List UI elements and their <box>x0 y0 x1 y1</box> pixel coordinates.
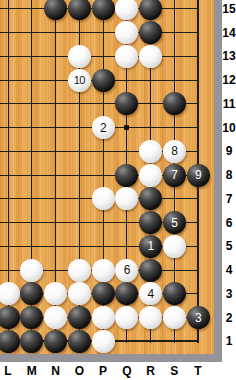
col-label-O: O <box>70 364 88 378</box>
stone-R6[interactable] <box>139 211 162 234</box>
stone-R4[interactable] <box>139 259 162 282</box>
col-label-N: N <box>47 364 65 378</box>
stone-N2[interactable] <box>44 306 67 329</box>
stone-M1[interactable] <box>20 330 43 353</box>
row-label-4: 4 <box>221 263 236 277</box>
row-label-7: 7 <box>221 192 236 206</box>
stone-R13[interactable] <box>139 45 162 68</box>
go-diagram-window: 10287951643 LMNOPQRST 123456789101112131… <box>0 0 236 380</box>
stone-P12[interactable] <box>92 69 115 92</box>
grid-hline-13 <box>0 56 199 57</box>
row-label-11: 11 <box>221 97 236 111</box>
row-label-1: 1 <box>221 334 236 348</box>
stone-R8[interactable] <box>139 164 162 187</box>
stone-L2[interactable] <box>0 306 20 329</box>
stone-L1[interactable] <box>0 330 20 353</box>
move-number: 5 <box>171 217 177 229</box>
row-label-5: 5 <box>221 239 236 253</box>
stone-P3[interactable] <box>92 282 115 305</box>
move-number: 7 <box>171 169 177 181</box>
stone-M4[interactable] <box>20 259 43 282</box>
move-3-stone-T2[interactable]: 3 <box>187 306 210 329</box>
row-label-15: 15 <box>221 2 236 16</box>
move-2-stone-P10[interactable]: 2 <box>92 116 115 139</box>
col-label-T: T <box>189 364 207 378</box>
move-number: 2 <box>100 122 106 134</box>
col-label-P: P <box>94 364 112 378</box>
stone-R2[interactable] <box>139 306 162 329</box>
row-label-2: 2 <box>221 311 236 325</box>
row-label-12: 12 <box>221 73 236 87</box>
move-number: 10 <box>74 74 85 86</box>
stone-O3[interactable] <box>68 282 91 305</box>
stone-S5[interactable] <box>163 235 186 258</box>
stone-P2[interactable] <box>92 306 115 329</box>
stone-O1[interactable] <box>68 330 91 353</box>
stone-N1[interactable] <box>44 330 67 353</box>
move-8-stone-S9[interactable]: 8 <box>163 140 186 163</box>
move-number: 8 <box>171 145 177 157</box>
grid-hline-14 <box>0 32 199 33</box>
row-label-13: 13 <box>221 49 236 63</box>
row-label-10: 10 <box>221 121 236 135</box>
move-9-stone-T8[interactable]: 9 <box>187 164 210 187</box>
star-point-Q10 <box>124 125 129 130</box>
row-label-6: 6 <box>221 216 236 230</box>
stone-P4[interactable] <box>92 259 115 282</box>
stone-S2[interactable] <box>163 306 186 329</box>
go-board[interactable]: 10287951643 <box>0 0 214 354</box>
stone-Q8[interactable] <box>115 164 138 187</box>
move-10-stone-O12[interactable]: 10 <box>68 69 91 92</box>
col-label-S: S <box>165 364 183 378</box>
row-label-14: 14 <box>221 26 236 40</box>
move-5-stone-S6[interactable]: 5 <box>163 211 186 234</box>
row-label-8: 8 <box>221 168 236 182</box>
stone-P1[interactable] <box>92 330 115 353</box>
stone-P7[interactable] <box>92 187 115 210</box>
move-1-stone-R5[interactable]: 1 <box>139 235 162 258</box>
move-7-stone-S8[interactable]: 7 <box>163 164 186 187</box>
row-label-9: 9 <box>221 144 236 158</box>
move-number: 6 <box>124 264 130 276</box>
row-label-3: 3 <box>221 287 236 301</box>
col-label-M: M <box>23 364 41 378</box>
move-6-stone-Q4[interactable]: 6 <box>115 259 138 282</box>
stone-O4[interactable] <box>68 259 91 282</box>
stone-O13[interactable] <box>68 45 91 68</box>
stone-R9[interactable] <box>139 140 162 163</box>
stone-S3[interactable] <box>163 282 186 305</box>
move-number: 3 <box>195 312 201 324</box>
col-label-L: L <box>0 364 17 378</box>
move-number: 4 <box>147 288 153 300</box>
move-number: 9 <box>195 169 201 181</box>
move-number: 1 <box>147 240 153 252</box>
stone-O2[interactable] <box>68 306 91 329</box>
col-label-R: R <box>142 364 160 378</box>
col-label-Q: Q <box>118 364 136 378</box>
